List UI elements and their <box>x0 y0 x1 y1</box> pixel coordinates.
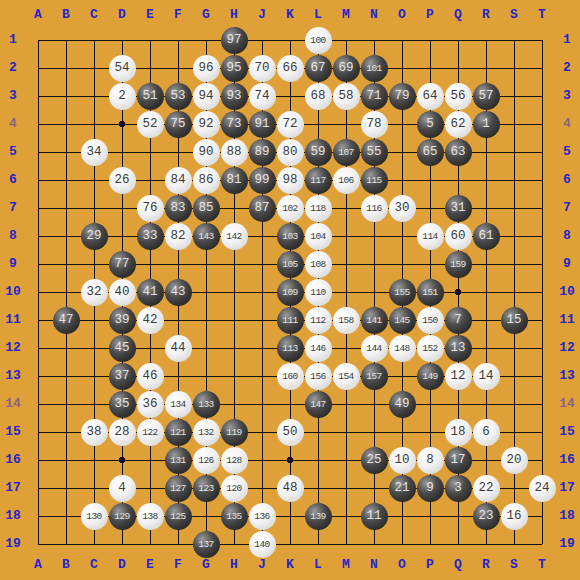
stone-white-28-D15[interactable]: 28 <box>109 419 136 446</box>
stone-black-85-G7[interactable]: 85 <box>193 195 220 222</box>
stone-black-159-Q9[interactable]: 159 <box>445 251 472 278</box>
stone-black-149-P13[interactable]: 149 <box>417 363 444 390</box>
stone-black-61-R8[interactable]: 61 <box>473 223 500 250</box>
stone-black-139-L18[interactable]: 139 <box>305 503 332 530</box>
stone-black-97-H1[interactable]: 97 <box>221 27 248 54</box>
stone-black-105-K9[interactable]: 105 <box>277 251 304 278</box>
stone-black-7-Q11[interactable]: 7 <box>445 307 472 334</box>
stone-black-35-D14[interactable]: 35 <box>109 391 136 418</box>
stone-black-117-L6[interactable]: 117 <box>305 167 332 194</box>
stone-black-45-D12[interactable]: 45 <box>109 335 136 362</box>
stone-white-58-M3[interactable]: 58 <box>333 83 360 110</box>
stone-white-82-F8[interactable]: 82 <box>165 223 192 250</box>
stone-black-107-M5[interactable]: 107 <box>333 139 360 166</box>
stone-white-90-G5[interactable]: 90 <box>193 139 220 166</box>
stone-white-54-D2[interactable]: 54 <box>109 55 136 82</box>
stone-white-42-E11[interactable]: 42 <box>137 307 164 334</box>
stone-white-102-K7[interactable]: 102 <box>277 195 304 222</box>
stone-white-24-T17[interactable]: 24 <box>529 475 556 502</box>
stone-white-108-L9[interactable]: 108 <box>305 251 332 278</box>
stone-black-3-Q17[interactable]: 3 <box>445 475 472 502</box>
stone-white-92-G4[interactable]: 92 <box>193 111 220 138</box>
stone-white-104-L8[interactable]: 104 <box>305 223 332 250</box>
stone-white-46-E13[interactable]: 46 <box>137 363 164 390</box>
stone-black-23-R18[interactable]: 23 <box>473 503 500 530</box>
stone-white-68-L3[interactable]: 68 <box>305 83 332 110</box>
stone-black-51-E3[interactable]: 51 <box>137 83 164 110</box>
stone-black-31-Q7[interactable]: 31 <box>445 195 472 222</box>
stone-white-116-N7[interactable]: 116 <box>361 195 388 222</box>
stone-white-154-M13[interactable]: 154 <box>333 363 360 390</box>
stone-white-142-H8[interactable]: 142 <box>221 223 248 250</box>
stone-white-86-G6[interactable]: 86 <box>193 167 220 194</box>
stone-black-113-K12[interactable]: 113 <box>277 335 304 362</box>
stone-white-8-P16[interactable]: 8 <box>417 447 444 474</box>
stone-white-72-K4[interactable]: 72 <box>277 111 304 138</box>
stone-white-128-H16[interactable]: 128 <box>221 447 248 474</box>
stone-black-93-H3[interactable]: 93 <box>221 83 248 110</box>
stone-white-96-G2[interactable]: 96 <box>193 55 220 82</box>
stone-white-2-D3[interactable]: 2 <box>109 83 136 110</box>
stone-white-150-P11[interactable]: 150 <box>417 307 444 334</box>
stone-white-148-O12[interactable]: 148 <box>389 335 416 362</box>
stone-white-6-R15[interactable]: 6 <box>473 419 500 446</box>
stone-white-122-E15[interactable]: 122 <box>137 419 164 446</box>
stone-black-83-F7[interactable]: 83 <box>165 195 192 222</box>
stone-black-129-D18[interactable]: 129 <box>109 503 136 530</box>
stone-black-137-G19[interactable]: 137 <box>193 531 220 558</box>
stone-black-151-P10[interactable]: 151 <box>417 279 444 306</box>
stone-white-44-F12[interactable]: 44 <box>165 335 192 362</box>
stone-white-76-E7[interactable]: 76 <box>137 195 164 222</box>
stone-black-119-H15[interactable]: 119 <box>221 419 248 446</box>
stone-black-73-H4[interactable]: 73 <box>221 111 248 138</box>
stone-white-80-K5[interactable]: 80 <box>277 139 304 166</box>
stone-white-158-M11[interactable]: 158 <box>333 307 360 334</box>
stone-black-127-F17[interactable]: 127 <box>165 475 192 502</box>
stone-white-106-M6[interactable]: 106 <box>333 167 360 194</box>
stone-white-126-G16[interactable]: 126 <box>193 447 220 474</box>
stone-black-47-B11[interactable]: 47 <box>53 307 80 334</box>
stone-black-145-O11[interactable]: 145 <box>389 307 416 334</box>
stone-black-141-N11[interactable]: 141 <box>361 307 388 334</box>
stone-black-71-N3[interactable]: 71 <box>361 83 388 110</box>
stone-black-111-K11[interactable]: 111 <box>277 307 304 334</box>
stone-white-78-N4[interactable]: 78 <box>361 111 388 138</box>
stone-black-75-F4[interactable]: 75 <box>165 111 192 138</box>
stone-white-132-G15[interactable]: 132 <box>193 419 220 446</box>
stone-white-70-J2[interactable]: 70 <box>249 55 276 82</box>
stone-white-18-Q15[interactable]: 18 <box>445 419 472 446</box>
stone-white-144-N12[interactable]: 144 <box>361 335 388 362</box>
stone-black-155-O10[interactable]: 155 <box>389 279 416 306</box>
stone-black-13-Q12[interactable]: 13 <box>445 335 472 362</box>
stone-white-4-D17[interactable]: 4 <box>109 475 136 502</box>
stone-black-95-H2[interactable]: 95 <box>221 55 248 82</box>
stone-black-5-P4[interactable]: 5 <box>417 111 444 138</box>
stone-white-34-C5[interactable]: 34 <box>81 139 108 166</box>
stone-white-120-H17[interactable]: 120 <box>221 475 248 502</box>
stone-black-65-P5[interactable]: 65 <box>417 139 444 166</box>
stone-white-40-D10[interactable]: 40 <box>109 279 136 306</box>
stone-black-67-L2[interactable]: 67 <box>305 55 332 82</box>
stone-black-15-S11[interactable]: 15 <box>501 307 528 334</box>
stone-black-17-Q16[interactable]: 17 <box>445 447 472 474</box>
stone-black-41-E10[interactable]: 41 <box>137 279 164 306</box>
stone-white-74-J3[interactable]: 74 <box>249 83 276 110</box>
stone-white-114-P8[interactable]: 114 <box>417 223 444 250</box>
stone-white-110-L10[interactable]: 110 <box>305 279 332 306</box>
stone-black-143-G8[interactable]: 143 <box>193 223 220 250</box>
stone-black-89-J5[interactable]: 89 <box>249 139 276 166</box>
stone-black-147-L14[interactable]: 147 <box>305 391 332 418</box>
stone-white-94-G3[interactable]: 94 <box>193 83 220 110</box>
stone-white-12-Q13[interactable]: 12 <box>445 363 472 390</box>
stone-white-64-P3[interactable]: 64 <box>417 83 444 110</box>
go-board-diagram: ABCDEFGHJKLMNOPQRST ABCDEFGHJKLMNOPQRST … <box>0 0 580 580</box>
stone-white-60-Q8[interactable]: 60 <box>445 223 472 250</box>
stone-black-9-P17[interactable]: 9 <box>417 475 444 502</box>
stone-white-20-S16[interactable]: 20 <box>501 447 528 474</box>
stone-white-10-O16[interactable]: 10 <box>389 447 416 474</box>
stone-black-59-L5[interactable]: 59 <box>305 139 332 166</box>
stone-white-136-J18[interactable]: 136 <box>249 503 276 530</box>
stone-white-26-D6[interactable]: 26 <box>109 167 136 194</box>
stone-white-22-R17[interactable]: 22 <box>473 475 500 502</box>
stone-white-146-L12[interactable]: 146 <box>305 335 332 362</box>
stone-black-77-D9[interactable]: 77 <box>109 251 136 278</box>
stone-black-123-G17[interactable]: 123 <box>193 475 220 502</box>
stone-white-152-P12[interactable]: 152 <box>417 335 444 362</box>
stone-black-33-E8[interactable]: 33 <box>137 223 164 250</box>
stone-black-29-C8[interactable]: 29 <box>81 223 108 250</box>
stone-black-63-Q5[interactable]: 63 <box>445 139 472 166</box>
stone-black-109-K10[interactable]: 109 <box>277 279 304 306</box>
stone-white-62-Q4[interactable]: 62 <box>445 111 472 138</box>
stone-black-49-O14[interactable]: 49 <box>389 391 416 418</box>
stone-black-133-G14[interactable]: 133 <box>193 391 220 418</box>
stone-black-79-O3[interactable]: 79 <box>389 83 416 110</box>
stone-black-69-M2[interactable]: 69 <box>333 55 360 82</box>
stone-black-103-K8[interactable]: 103 <box>277 223 304 250</box>
stone-black-91-J4[interactable]: 91 <box>249 111 276 138</box>
stone-black-37-D13[interactable]: 37 <box>109 363 136 390</box>
stone-black-25-N16[interactable]: 25 <box>361 447 388 474</box>
stone-white-32-C10[interactable]: 32 <box>81 279 108 306</box>
stone-white-134-F14[interactable]: 134 <box>165 391 192 418</box>
stone-white-30-O7[interactable]: 30 <box>389 195 416 222</box>
stone-white-52-E4[interactable]: 52 <box>137 111 164 138</box>
stone-black-157-N13[interactable]: 157 <box>361 363 388 390</box>
board-grid[interactable]: 1234567891011121314151617182021222324252… <box>24 26 556 558</box>
stone-black-121-F15[interactable]: 121 <box>165 419 192 446</box>
stone-black-1-R4[interactable]: 1 <box>473 111 500 138</box>
stone-black-135-H18[interactable]: 135 <box>221 503 248 530</box>
stone-white-38-C15[interactable]: 38 <box>81 419 108 446</box>
stone-white-112-L11[interactable]: 112 <box>305 307 332 334</box>
stone-white-50-K15[interactable]: 50 <box>277 419 304 446</box>
stone-black-55-N5[interactable]: 55 <box>361 139 388 166</box>
stone-black-11-N18[interactable]: 11 <box>361 503 388 530</box>
stone-white-48-K17[interactable]: 48 <box>277 475 304 502</box>
stone-black-87-J7[interactable]: 87 <box>249 195 276 222</box>
stone-white-84-F6[interactable]: 84 <box>165 167 192 194</box>
stone-white-36-E14[interactable]: 36 <box>137 391 164 418</box>
stone-black-99-J6[interactable]: 99 <box>249 167 276 194</box>
stone-black-57-R3[interactable]: 57 <box>473 83 500 110</box>
stone-white-16-S18[interactable]: 16 <box>501 503 528 530</box>
stone-black-131-F16[interactable]: 131 <box>165 447 192 474</box>
stone-black-43-F10[interactable]: 43 <box>165 279 192 306</box>
stone-white-130-C18[interactable]: 130 <box>81 503 108 530</box>
stone-black-53-F3[interactable]: 53 <box>165 83 192 110</box>
stone-black-81-H6[interactable]: 81 <box>221 167 248 194</box>
stone-white-138-E18[interactable]: 138 <box>137 503 164 530</box>
stone-white-98-K6[interactable]: 98 <box>277 167 304 194</box>
stone-white-100-L1[interactable]: 100 <box>305 27 332 54</box>
stone-white-56-Q3[interactable]: 56 <box>445 83 472 110</box>
stone-white-66-K2[interactable]: 66 <box>277 55 304 82</box>
stone-white-160-K13[interactable]: 160 <box>277 363 304 390</box>
stone-black-125-F18[interactable]: 125 <box>165 503 192 530</box>
stone-white-156-L13[interactable]: 156 <box>305 363 332 390</box>
stone-black-21-O17[interactable]: 21 <box>389 475 416 502</box>
stone-white-88-H5[interactable]: 88 <box>221 139 248 166</box>
stone-black-101-N2[interactable]: 101 <box>361 55 388 82</box>
stone-white-118-L7[interactable]: 118 <box>305 195 332 222</box>
stone-black-39-D11[interactable]: 39 <box>109 307 136 334</box>
stone-white-140-J19[interactable]: 140 <box>249 531 276 558</box>
stone-white-14-R13[interactable]: 14 <box>473 363 500 390</box>
stone-black-115-N6[interactable]: 115 <box>361 167 388 194</box>
